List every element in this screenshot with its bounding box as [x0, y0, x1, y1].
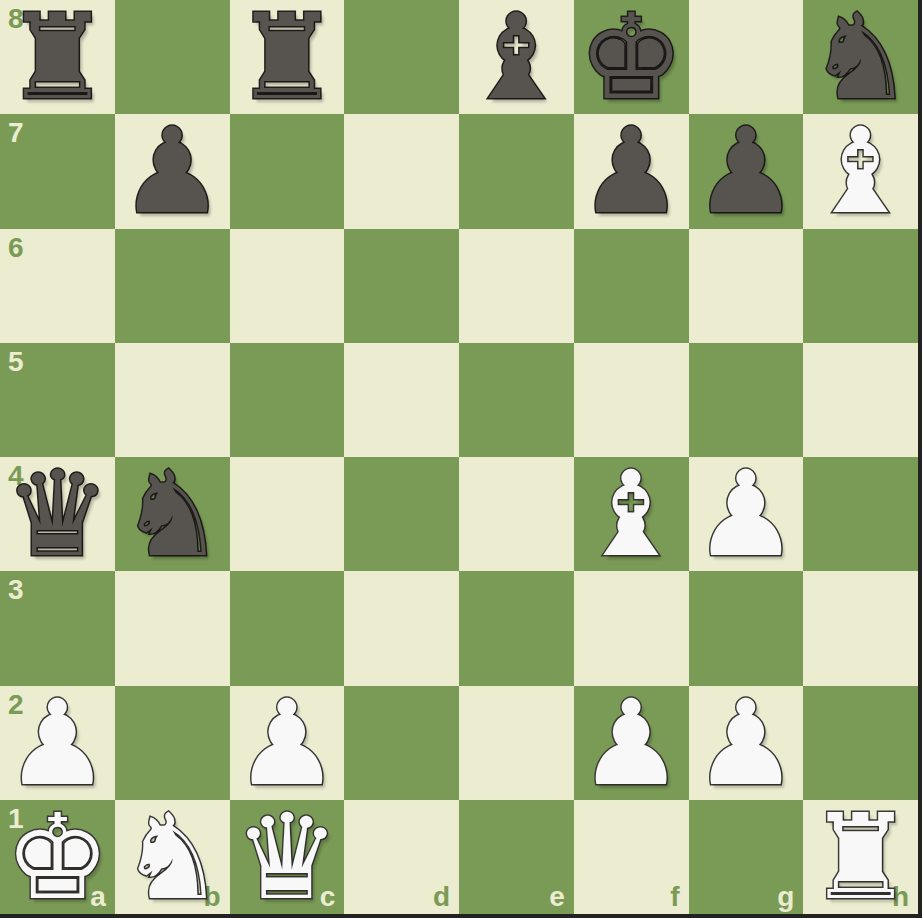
white-queen[interactable]: ♛ [230, 800, 345, 914]
black-queen[interactable]: ♛ [0, 457, 115, 571]
square-h6[interactable] [803, 229, 918, 343]
square-a7[interactable]: 7 [0, 114, 115, 228]
black-pawn[interactable]: ♟ [689, 114, 804, 228]
square-f2[interactable]: ♟ [574, 686, 689, 800]
square-a4[interactable]: 4♛ [0, 457, 115, 571]
square-d3[interactable] [344, 571, 459, 685]
black-knight[interactable]: ♞ [803, 0, 918, 114]
square-e1[interactable]: e [459, 800, 574, 914]
square-a1[interactable]: 1a♚ [0, 800, 115, 914]
square-f1[interactable]: f [574, 800, 689, 914]
square-d5[interactable] [344, 343, 459, 457]
black-pawn[interactable]: ♟ [574, 114, 689, 228]
square-a8[interactable]: 8♜ [0, 0, 115, 114]
white-king[interactable]: ♚ [0, 800, 115, 914]
chess-board: 8♜♜♝♚♞7♟♟♟♝654♛♞♝♟32♟♟♟♟1a♚b♞c♛defgh♜ [0, 0, 918, 914]
square-b3[interactable] [115, 571, 230, 685]
square-g6[interactable] [689, 229, 804, 343]
black-rook[interactable]: ♜ [230, 0, 345, 114]
rank-label-3: 3 [8, 576, 24, 604]
square-b5[interactable] [115, 343, 230, 457]
square-c6[interactable] [230, 229, 345, 343]
square-b4[interactable]: ♞ [115, 457, 230, 571]
square-f8[interactable]: ♚ [574, 0, 689, 114]
file-label-d: d [433, 883, 450, 911]
square-g8[interactable] [689, 0, 804, 114]
square-a5[interactable]: 5 [0, 343, 115, 457]
square-e4[interactable] [459, 457, 574, 571]
square-b8[interactable] [115, 0, 230, 114]
square-h4[interactable] [803, 457, 918, 571]
square-g1[interactable]: g [689, 800, 804, 914]
square-b7[interactable]: ♟ [115, 114, 230, 228]
black-knight[interactable]: ♞ [115, 457, 230, 571]
square-h8[interactable]: ♞ [803, 0, 918, 114]
square-c2[interactable]: ♟ [230, 686, 345, 800]
square-d8[interactable] [344, 0, 459, 114]
white-bishop[interactable]: ♝ [803, 114, 918, 228]
square-d4[interactable] [344, 457, 459, 571]
square-h5[interactable] [803, 343, 918, 457]
square-d7[interactable] [344, 114, 459, 228]
square-g3[interactable] [689, 571, 804, 685]
file-label-e: e [549, 883, 565, 911]
black-bishop[interactable]: ♝ [459, 0, 574, 114]
file-label-g: g [777, 883, 794, 911]
square-f3[interactable] [574, 571, 689, 685]
square-c3[interactable] [230, 571, 345, 685]
square-g2[interactable]: ♟ [689, 686, 804, 800]
square-c8[interactable]: ♜ [230, 0, 345, 114]
square-a2[interactable]: 2♟ [0, 686, 115, 800]
square-f4[interactable]: ♝ [574, 457, 689, 571]
rank-label-7: 7 [8, 119, 24, 147]
white-pawn[interactable]: ♟ [230, 686, 345, 800]
square-e2[interactable] [459, 686, 574, 800]
square-h2[interactable] [803, 686, 918, 800]
white-pawn[interactable]: ♟ [0, 686, 115, 800]
square-e7[interactable] [459, 114, 574, 228]
square-f7[interactable]: ♟ [574, 114, 689, 228]
square-g4[interactable]: ♟ [689, 457, 804, 571]
chess-app-screen: 8♜♜♝♚♞7♟♟♟♝654♛♞♝♟32♟♟♟♟1a♚b♞c♛defgh♜ [0, 0, 922, 918]
white-pawn[interactable]: ♟ [689, 686, 804, 800]
square-b2[interactable] [115, 686, 230, 800]
white-rook[interactable]: ♜ [803, 800, 918, 914]
white-bishop[interactable]: ♝ [574, 457, 689, 571]
rank-label-6: 6 [8, 234, 24, 262]
square-e6[interactable] [459, 229, 574, 343]
black-rook[interactable]: ♜ [0, 0, 115, 114]
square-a3[interactable]: 3 [0, 571, 115, 685]
square-d1[interactable]: d [344, 800, 459, 914]
white-knight[interactable]: ♞ [115, 800, 230, 914]
square-d6[interactable] [344, 229, 459, 343]
square-h3[interactable] [803, 571, 918, 685]
square-c1[interactable]: c♛ [230, 800, 345, 914]
rank-label-5: 5 [8, 348, 24, 376]
square-f6[interactable] [574, 229, 689, 343]
square-b1[interactable]: b♞ [115, 800, 230, 914]
black-king[interactable]: ♚ [574, 0, 689, 114]
square-g7[interactable]: ♟ [689, 114, 804, 228]
square-e3[interactable] [459, 571, 574, 685]
black-pawn[interactable]: ♟ [115, 114, 230, 228]
square-e8[interactable]: ♝ [459, 0, 574, 114]
square-f5[interactable] [574, 343, 689, 457]
white-pawn[interactable]: ♟ [689, 457, 804, 571]
square-h7[interactable]: ♝ [803, 114, 918, 228]
square-g5[interactable] [689, 343, 804, 457]
square-c5[interactable] [230, 343, 345, 457]
square-b6[interactable] [115, 229, 230, 343]
square-c7[interactable] [230, 114, 345, 228]
square-a6[interactable]: 6 [0, 229, 115, 343]
white-pawn[interactable]: ♟ [574, 686, 689, 800]
file-label-f: f [670, 883, 679, 911]
square-c4[interactable] [230, 457, 345, 571]
square-e5[interactable] [459, 343, 574, 457]
square-d2[interactable] [344, 686, 459, 800]
square-h1[interactable]: h♜ [803, 800, 918, 914]
